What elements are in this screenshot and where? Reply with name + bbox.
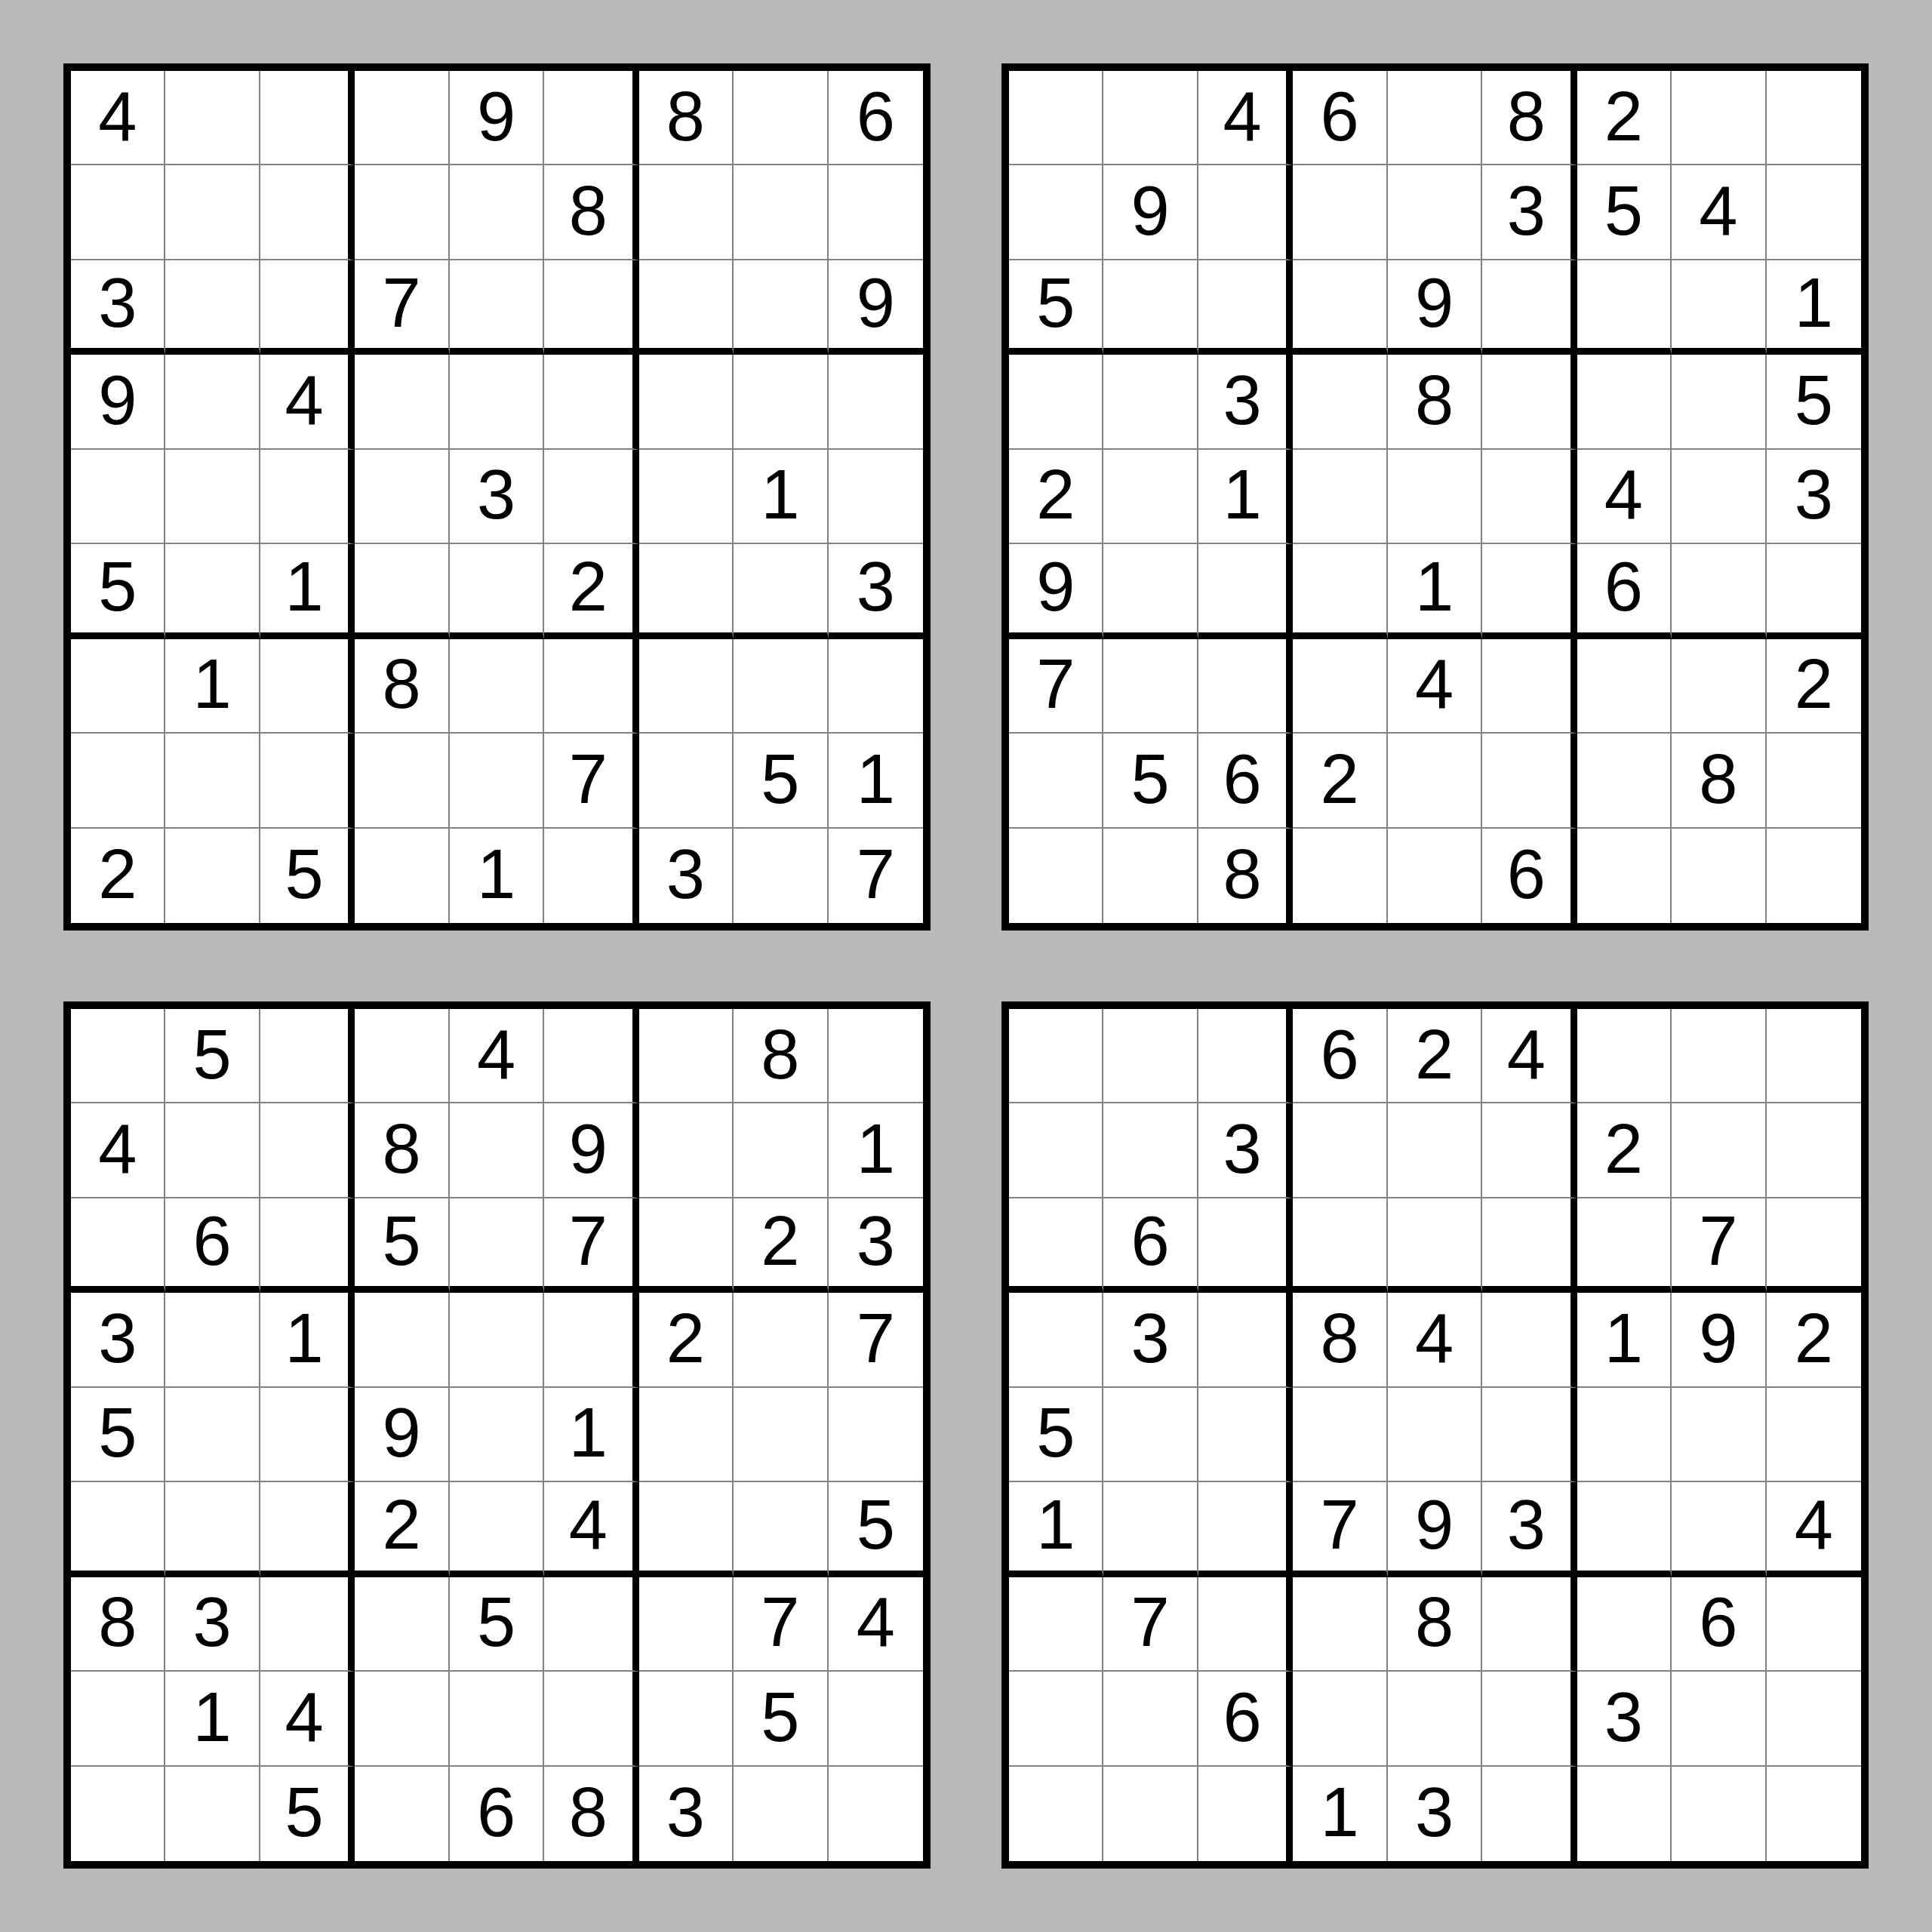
bottom-right-cell-r4c6[interactable] [1482,1293,1577,1387]
bottom-right-cell-r7c4[interactable] [1293,1577,1387,1672]
bottom-left-cell-r7c9[interactable]: 4 [829,1577,923,1672]
top-right-cell-r4c2[interactable] [1103,355,1198,449]
top-left-cell-r5c6[interactable] [544,450,638,544]
bottom-left-cell-r5c3[interactable] [260,1388,355,1482]
bottom-right-cell-r8c5[interactable] [1388,1672,1482,1766]
bottom-left-cell-r6c6[interactable]: 4 [544,1482,638,1577]
top-right-cell-r9c5[interactable] [1388,829,1482,923]
top-left-cell-r8c5[interactable] [450,734,544,828]
top-right-cell-r4c3[interactable]: 3 [1198,355,1293,449]
top-left-cell-r4c9[interactable] [829,355,923,449]
bottom-right-cell-r2c8[interactable] [1672,1103,1766,1198]
top-left-cell-r6c8[interactable] [734,544,828,638]
bottom-left-cell-r6c3[interactable] [260,1482,355,1577]
bottom-right-cell-r9c8[interactable] [1672,1767,1766,1861]
bottom-right-cell-r3c5[interactable] [1388,1198,1482,1293]
bottom-left-cell-r8c1[interactable] [71,1672,165,1766]
top-right-cell-r8c7[interactable] [1577,734,1672,828]
bottom-right-cell-r5c6[interactable] [1482,1388,1577,1482]
top-right-cell-r7c7[interactable] [1577,639,1672,734]
bottom-right-cell-r3c9[interactable] [1767,1198,1861,1293]
top-right-cell-r2c7[interactable]: 5 [1577,165,1672,260]
top-right-cell-r5c3[interactable]: 1 [1198,450,1293,544]
top-left-cell-r9c1[interactable]: 2 [71,829,165,923]
top-left-cell-r1c6[interactable] [544,71,638,165]
bottom-right-cell-r6c8[interactable] [1672,1482,1766,1577]
top-left-cell-r2c8[interactable] [734,165,828,260]
top-left-cell-r9c4[interactable] [355,829,449,923]
top-right-cell-r2c8[interactable]: 4 [1672,165,1766,260]
top-left-cell-r9c6[interactable] [544,829,638,923]
top-right-cell-r6c3[interactable] [1198,544,1293,638]
bottom-left-cell-r7c4[interactable] [355,1577,449,1672]
bottom-right-cell-r9c2[interactable] [1103,1767,1198,1861]
top-right-cell-r9c4[interactable] [1293,829,1387,923]
top-left-cell-r9c7[interactable]: 3 [639,829,734,923]
top-left-cell-r1c9[interactable]: 6 [829,71,923,165]
top-right-cell-r8c5[interactable] [1388,734,1482,828]
bottom-right-cell-r3c4[interactable] [1293,1198,1387,1293]
top-right-cell-r6c5[interactable]: 1 [1388,544,1482,638]
bottom-left-cell-r1c6[interactable] [544,1009,638,1103]
top-right-cell-r3c1[interactable]: 5 [1009,260,1103,355]
top-right-cell-r6c2[interactable] [1103,544,1198,638]
bottom-left-cell-r2c6[interactable]: 9 [544,1103,638,1198]
bottom-left-cell-r1c9[interactable] [829,1009,923,1103]
top-right-cell-r1c9[interactable] [1767,71,1861,165]
top-right-cell-r1c3[interactable]: 4 [1198,71,1293,165]
top-right-cell-r1c4[interactable]: 6 [1293,71,1387,165]
bottom-right-cell-r2c2[interactable] [1103,1103,1198,1198]
bottom-right-cell-r7c9[interactable] [1767,1577,1861,1672]
top-right-cell-r9c7[interactable] [1577,829,1672,923]
bottom-right-cell-r9c5[interactable]: 3 [1388,1767,1482,1861]
bottom-left-cell-r5c9[interactable] [829,1388,923,1482]
bottom-right-cell-r7c5[interactable]: 8 [1388,1577,1482,1672]
bottom-left-cell-r2c4[interactable]: 8 [355,1103,449,1198]
bottom-left-cell-r2c2[interactable] [165,1103,260,1198]
top-left-cell-r1c1[interactable]: 4 [71,71,165,165]
bottom-left-cell-r4c3[interactable]: 1 [260,1293,355,1387]
top-left-cell-r5c5[interactable]: 3 [450,450,544,544]
bottom-right-cell-r5c3[interactable] [1198,1388,1293,1482]
bottom-right-cell-r2c4[interactable] [1293,1103,1387,1198]
bottom-left-cell-r4c2[interactable] [165,1293,260,1387]
top-left-cell-r7c4[interactable]: 8 [355,639,449,734]
top-left-cell-r4c4[interactable] [355,355,449,449]
bottom-left-cell-r7c3[interactable] [260,1577,355,1672]
bottom-right-cell-r7c1[interactable] [1009,1577,1103,1672]
top-right-cell-r5c5[interactable] [1388,450,1482,544]
bottom-left-cell-r1c7[interactable] [639,1009,734,1103]
bottom-right-cell-r6c6[interactable]: 3 [1482,1482,1577,1577]
top-right-cell-r8c4[interactable]: 2 [1293,734,1387,828]
bottom-left-cell-r4c9[interactable]: 7 [829,1293,923,1387]
top-right-cell-r7c2[interactable] [1103,639,1198,734]
top-right-cell-r3c8[interactable] [1672,260,1766,355]
bottom-left-cell-r9c5[interactable]: 6 [450,1767,544,1861]
top-right-cell-r7c5[interactable]: 4 [1388,639,1482,734]
bottom-right-cell-r2c6[interactable] [1482,1103,1577,1198]
top-right-cell-r8c2[interactable]: 5 [1103,734,1198,828]
top-right-cell-r7c9[interactable]: 2 [1767,639,1861,734]
top-left-cell-r1c2[interactable] [165,71,260,165]
bottom-right-cell-r5c8[interactable] [1672,1388,1766,1482]
top-left-cell-r8c4[interactable] [355,734,449,828]
bottom-left-cell-r4c5[interactable] [450,1293,544,1387]
top-right-cell-r4c9[interactable]: 5 [1767,355,1861,449]
bottom-right-cell-r4c7[interactable]: 1 [1577,1293,1672,1387]
bottom-left-cell-r6c7[interactable] [639,1482,734,1577]
top-left-cell-r8c7[interactable] [639,734,734,828]
bottom-right-cell-r4c2[interactable]: 3 [1103,1293,1198,1387]
top-left-cell-r8c6[interactable]: 7 [544,734,638,828]
bottom-left-cell-r4c8[interactable] [734,1293,828,1387]
bottom-left-cell-r3c8[interactable]: 2 [734,1198,828,1293]
top-right-cell-r4c4[interactable] [1293,355,1387,449]
top-left-cell-r8c9[interactable]: 1 [829,734,923,828]
top-left-cell-r1c5[interactable]: 9 [450,71,544,165]
top-left-cell-r2c2[interactable] [165,165,260,260]
bottom-right-cell-r9c1[interactable] [1009,1767,1103,1861]
bottom-right-cell-r1c2[interactable] [1103,1009,1198,1103]
bottom-left-cell-r6c8[interactable] [734,1482,828,1577]
bottom-left-cell-r5c7[interactable] [639,1388,734,1482]
bottom-left-cell-r5c6[interactable]: 1 [544,1388,638,1482]
top-right-cell-r3c6[interactable] [1482,260,1577,355]
bottom-right-cell-r2c7[interactable]: 2 [1577,1103,1672,1198]
top-left-cell-r3c3[interactable] [260,260,355,355]
top-left-cell-r7c6[interactable] [544,639,638,734]
top-right-cell-r2c1[interactable] [1009,165,1103,260]
bottom-left-cell-r9c2[interactable] [165,1767,260,1861]
top-left-cell-r3c9[interactable]: 9 [829,260,923,355]
bottom-left-cell-r5c1[interactable]: 5 [71,1388,165,1482]
bottom-right-cell-r1c8[interactable] [1672,1009,1766,1103]
bottom-right-cell-r1c1[interactable] [1009,1009,1103,1103]
bottom-right-cell-r1c6[interactable]: 4 [1482,1009,1577,1103]
top-right-cell-r2c5[interactable] [1388,165,1482,260]
bottom-left-cell-r6c5[interactable] [450,1482,544,1577]
bottom-right-cell-r8c9[interactable] [1767,1672,1861,1766]
bottom-left-cell-r3c9[interactable]: 3 [829,1198,923,1293]
top-left-cell-r3c7[interactable] [639,260,734,355]
bottom-right-cell-r8c4[interactable] [1293,1672,1387,1766]
bottom-left-cell-r8c6[interactable] [544,1672,638,1766]
bottom-right-cell-r6c4[interactable]: 7 [1293,1482,1387,1577]
bottom-left-cell-r1c3[interactable] [260,1009,355,1103]
bottom-right-cell-r1c5[interactable]: 2 [1388,1009,1482,1103]
top-left-cell-r2c1[interactable] [71,165,165,260]
top-right-cell-r8c9[interactable] [1767,734,1861,828]
bottom-right-cell-r6c2[interactable] [1103,1482,1198,1577]
top-left-cell-r5c3[interactable] [260,450,355,544]
bottom-right-cell-r2c9[interactable] [1767,1103,1861,1198]
top-left-cell-r7c7[interactable] [639,639,734,734]
top-right-cell-r9c8[interactable] [1672,829,1766,923]
top-left-cell-r6c6[interactable]: 2 [544,544,638,638]
bottom-right-cell-r1c9[interactable] [1767,1009,1861,1103]
bottom-right-cell-r3c8[interactable]: 7 [1672,1198,1766,1293]
bottom-left-cell-r4c4[interactable] [355,1293,449,1387]
bottom-left-cell-r6c4[interactable]: 2 [355,1482,449,1577]
top-left-cell-r7c2[interactable]: 1 [165,639,260,734]
bottom-left-cell-r9c1[interactable] [71,1767,165,1861]
top-left-cell-r9c8[interactable] [734,829,828,923]
bottom-right-cell-r6c1[interactable]: 1 [1009,1482,1103,1577]
top-right-cell-r3c7[interactable] [1577,260,1672,355]
bottom-right-cell-r3c3[interactable] [1198,1198,1293,1293]
bottom-right-cell-r1c3[interactable] [1198,1009,1293,1103]
top-right-cell-r6c8[interactable] [1672,544,1766,638]
top-right-cell-r6c4[interactable] [1293,544,1387,638]
top-left-cell-r7c9[interactable] [829,639,923,734]
bottom-right-cell-r8c1[interactable] [1009,1672,1103,1766]
top-left-cell-r1c3[interactable] [260,71,355,165]
bottom-right-cell-r9c6[interactable] [1482,1767,1577,1861]
bottom-left-cell-r8c2[interactable]: 1 [165,1672,260,1766]
bottom-right-cell-r4c9[interactable]: 2 [1767,1293,1861,1387]
top-left-cell-r3c1[interactable]: 3 [71,260,165,355]
bottom-left-cell-r1c2[interactable]: 5 [165,1009,260,1103]
top-right-cell-r2c4[interactable] [1293,165,1387,260]
top-right-cell-r8c3[interactable]: 6 [1198,734,1293,828]
top-left-cell-r7c1[interactable] [71,639,165,734]
bottom-right-cell-r3c7[interactable] [1577,1198,1672,1293]
top-right-cell-r7c4[interactable] [1293,639,1387,734]
top-right-cell-r1c6[interactable]: 8 [1482,71,1577,165]
top-right-cell-r9c2[interactable] [1103,829,1198,923]
bottom-left-cell-r7c2[interactable]: 3 [165,1577,260,1672]
bottom-left-cell-r9c6[interactable]: 8 [544,1767,638,1861]
bottom-right-cell-r1c4[interactable]: 6 [1293,1009,1387,1103]
top-right-cell-r1c8[interactable] [1672,71,1766,165]
top-left-cell-r5c7[interactable] [639,450,734,544]
bottom-left-cell-r7c6[interactable] [544,1577,638,1672]
bottom-left-cell-r2c1[interactable]: 4 [71,1103,165,1198]
top-left-cell-r4c2[interactable] [165,355,260,449]
bottom-left-cell-r3c6[interactable]: 7 [544,1198,638,1293]
bottom-right-cell-r4c8[interactable]: 9 [1672,1293,1766,1387]
top-right-cell-r2c6[interactable]: 3 [1482,165,1577,260]
bottom-left-cell-r5c4[interactable]: 9 [355,1388,449,1482]
top-right-cell-r5c6[interactable] [1482,450,1577,544]
top-left-cell-r6c7[interactable] [639,544,734,638]
top-right-cell-r2c3[interactable] [1198,165,1293,260]
bottom-left-cell-r2c9[interactable]: 1 [829,1103,923,1198]
bottom-left-cell-r7c5[interactable]: 5 [450,1577,544,1672]
bottom-right-cell-r7c7[interactable] [1577,1577,1672,1672]
top-left-cell-r8c3[interactable] [260,734,355,828]
top-right-cell-r6c7[interactable]: 6 [1577,544,1672,638]
bottom-left-cell-r4c7[interactable]: 2 [639,1293,734,1387]
top-right-cell-r1c1[interactable] [1009,71,1103,165]
bottom-right-cell-r9c4[interactable]: 1 [1293,1767,1387,1861]
top-right-cell-r4c1[interactable] [1009,355,1103,449]
bottom-left-cell-r2c7[interactable] [639,1103,734,1198]
bottom-right-cell-r5c1[interactable]: 5 [1009,1388,1103,1482]
top-left-cell-r1c4[interactable] [355,71,449,165]
bottom-right-cell-r3c6[interactable] [1482,1198,1577,1293]
bottom-right-cell-r6c5[interactable]: 9 [1388,1482,1482,1577]
top-left-cell-r2c7[interactable] [639,165,734,260]
bottom-right-cell-r6c9[interactable]: 4 [1767,1482,1861,1577]
bottom-right-cell-r8c6[interactable] [1482,1672,1577,1766]
bottom-left-cell-r7c8[interactable]: 7 [734,1577,828,1672]
bottom-left-cell-r1c8[interactable]: 8 [734,1009,828,1103]
top-right-cell-r4c7[interactable] [1577,355,1672,449]
top-left-cell-r4c7[interactable] [639,355,734,449]
bottom-right-cell-r3c1[interactable] [1009,1198,1103,1293]
bottom-right-cell-r4c4[interactable]: 8 [1293,1293,1387,1387]
bottom-left-cell-r9c8[interactable] [734,1767,828,1861]
top-left-cell-r9c2[interactable] [165,829,260,923]
bottom-right-cell-r7c2[interactable]: 7 [1103,1577,1198,1672]
top-right-cell-r7c8[interactable] [1672,639,1766,734]
bottom-left-cell-r2c8[interactable] [734,1103,828,1198]
top-right-cell-r3c2[interactable] [1103,260,1198,355]
top-left-cell-r2c6[interactable]: 8 [544,165,638,260]
top-right-cell-r5c7[interactable]: 4 [1577,450,1672,544]
top-right-cell-r8c6[interactable] [1482,734,1577,828]
bottom-right-cell-r6c3[interactable] [1198,1482,1293,1577]
bottom-right-cell-r4c5[interactable]: 4 [1388,1293,1482,1387]
bottom-left-cell-r3c5[interactable] [450,1198,544,1293]
bottom-left-cell-r1c4[interactable] [355,1009,449,1103]
top-right-cell-r9c6[interactable]: 6 [1482,829,1577,923]
bottom-left-cell-r8c3[interactable]: 4 [260,1672,355,1766]
bottom-left-cell-r3c7[interactable] [639,1198,734,1293]
top-right-cell-r2c9[interactable] [1767,165,1861,260]
top-left-cell-r2c9[interactable] [829,165,923,260]
bottom-left-cell-r6c2[interactable] [165,1482,260,1577]
top-left-cell-r3c8[interactable] [734,260,828,355]
bottom-right-cell-r5c5[interactable] [1388,1388,1482,1482]
bottom-left-cell-r3c3[interactable] [260,1198,355,1293]
top-left-cell-r6c3[interactable]: 1 [260,544,355,638]
bottom-left-cell-r9c9[interactable] [829,1767,923,1861]
top-right-cell-r6c9[interactable] [1767,544,1861,638]
bottom-left-cell-r2c3[interactable] [260,1103,355,1198]
top-left-cell-r2c3[interactable] [260,165,355,260]
top-left-cell-r4c5[interactable] [450,355,544,449]
top-left-cell-r5c1[interactable] [71,450,165,544]
bottom-left-cell-r3c1[interactable] [71,1198,165,1293]
bottom-left-cell-r5c8[interactable] [734,1388,828,1482]
bottom-right-cell-r5c4[interactable] [1293,1388,1387,1482]
top-right-cell-r6c1[interactable]: 9 [1009,544,1103,638]
bottom-left-cell-r3c2[interactable]: 6 [165,1198,260,1293]
top-right-cell-r1c5[interactable] [1388,71,1482,165]
bottom-right-cell-r9c7[interactable] [1577,1767,1672,1861]
top-right-cell-r7c1[interactable]: 7 [1009,639,1103,734]
top-left-cell-r4c8[interactable] [734,355,828,449]
bottom-right-cell-r7c6[interactable] [1482,1577,1577,1672]
bottom-left-cell-r4c1[interactable]: 3 [71,1293,165,1387]
bottom-left-cell-r8c5[interactable] [450,1672,544,1766]
bottom-left-cell-r1c1[interactable] [71,1009,165,1103]
top-left-cell-r5c4[interactable] [355,450,449,544]
top-left-cell-r6c9[interactable]: 3 [829,544,923,638]
top-right-cell-r5c8[interactable] [1672,450,1766,544]
bottom-right-cell-r5c7[interactable] [1577,1388,1672,1482]
bottom-right-cell-r4c1[interactable] [1009,1293,1103,1387]
top-right-cell-r3c9[interactable]: 1 [1767,260,1861,355]
bottom-left-cell-r7c1[interactable]: 8 [71,1577,165,1672]
top-left-cell-r9c9[interactable]: 7 [829,829,923,923]
bottom-right-cell-r2c5[interactable] [1388,1103,1482,1198]
bottom-left-cell-r5c2[interactable] [165,1388,260,1482]
top-left-cell-r6c2[interactable] [165,544,260,638]
bottom-left-cell-r1c5[interactable]: 4 [450,1009,544,1103]
top-right-cell-r3c3[interactable] [1198,260,1293,355]
bottom-right-cell-r9c9[interactable] [1767,1767,1861,1861]
bottom-right-cell-r6c7[interactable] [1577,1482,1672,1577]
top-left-cell-r5c8[interactable]: 1 [734,450,828,544]
top-right-cell-r3c4[interactable] [1293,260,1387,355]
top-left-cell-r9c5[interactable]: 1 [450,829,544,923]
bottom-right-cell-r8c8[interactable] [1672,1672,1766,1766]
top-right-cell-r9c9[interactable] [1767,829,1861,923]
top-right-cell-r8c1[interactable] [1009,734,1103,828]
bottom-left-cell-r8c7[interactable] [639,1672,734,1766]
top-left-cell-r6c5[interactable] [450,544,544,638]
top-right-cell-r8c8[interactable]: 8 [1672,734,1766,828]
bottom-right-cell-r1c7[interactable] [1577,1009,1672,1103]
top-right-cell-r9c1[interactable] [1009,829,1103,923]
bottom-left-cell-r4c6[interactable] [544,1293,638,1387]
top-left-cell-r7c8[interactable] [734,639,828,734]
bottom-right-cell-r8c7[interactable]: 3 [1577,1672,1672,1766]
top-right-cell-r1c7[interactable]: 2 [1577,71,1672,165]
top-left-cell-r5c9[interactable] [829,450,923,544]
bottom-right-cell-r8c2[interactable] [1103,1672,1198,1766]
top-left-cell-r3c4[interactable]: 7 [355,260,449,355]
bottom-left-cell-r9c7[interactable]: 3 [639,1767,734,1861]
top-left-cell-r8c1[interactable] [71,734,165,828]
top-right-cell-r5c1[interactable]: 2 [1009,450,1103,544]
top-right-cell-r5c2[interactable] [1103,450,1198,544]
top-right-cell-r4c5[interactable]: 8 [1388,355,1482,449]
bottom-left-cell-r7c7[interactable] [639,1577,734,1672]
top-left-cell-r6c1[interactable]: 5 [71,544,165,638]
bottom-left-cell-r8c4[interactable] [355,1672,449,1766]
top-left-cell-r1c8[interactable] [734,71,828,165]
top-right-cell-r9c3[interactable]: 8 [1198,829,1293,923]
bottom-left-cell-r6c9[interactable]: 5 [829,1482,923,1577]
top-left-cell-r3c6[interactable] [544,260,638,355]
bottom-right-cell-r2c1[interactable] [1009,1103,1103,1198]
bottom-left-cell-r9c3[interactable]: 5 [260,1767,355,1861]
top-left-cell-r4c1[interactable]: 9 [71,355,165,449]
top-right-cell-r2c2[interactable]: 9 [1103,165,1198,260]
bottom-right-cell-r3c2[interactable]: 6 [1103,1198,1198,1293]
top-left-cell-r8c2[interactable] [165,734,260,828]
bottom-left-cell-r9c4[interactable] [355,1767,449,1861]
bottom-left-cell-r8c9[interactable] [829,1672,923,1766]
top-left-cell-r3c2[interactable] [165,260,260,355]
top-left-cell-r3c5[interactable] [450,260,544,355]
top-right-cell-r4c6[interactable] [1482,355,1577,449]
bottom-right-cell-r7c8[interactable]: 6 [1672,1577,1766,1672]
top-left-cell-r5c2[interactable] [165,450,260,544]
bottom-left-cell-r5c5[interactable] [450,1388,544,1482]
bottom-left-cell-r8c8[interactable]: 5 [734,1672,828,1766]
top-left-cell-r1c7[interactable]: 8 [639,71,734,165]
top-right-cell-r5c4[interactable] [1293,450,1387,544]
bottom-right-cell-r8c3[interactable]: 6 [1198,1672,1293,1766]
top-right-cell-r1c2[interactable] [1103,71,1198,165]
